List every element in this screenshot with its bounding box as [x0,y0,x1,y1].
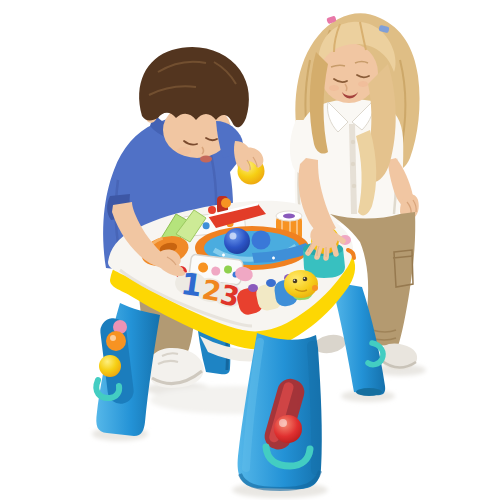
scene-illustration: 1 2 3 [0,0,500,500]
cat-side-dot [312,285,318,291]
boy-mouth [200,156,212,163]
roller-cap-knob [283,214,295,219]
cat-eye-right [303,277,308,282]
track-ball-red [274,415,302,443]
ramp-knob-orange [221,198,231,208]
leg-back-right-cap [356,388,382,396]
girl-placket [352,124,354,214]
ball-glint [279,419,287,427]
boy-cheek [177,147,191,155]
shirt-button [351,140,355,144]
bowl-ball-blue [252,231,271,250]
bowl-ball-dark-blue [224,228,250,254]
track-ball-orange [106,331,126,351]
girl-cheek-left [329,85,339,91]
cat-knob-blue [266,279,276,287]
girl-cheek-right [358,81,368,87]
ramp-knob-red [208,206,216,214]
shirt-button [351,162,355,166]
ball-glint [110,335,116,341]
caterpillar-head [284,270,318,298]
eye-glint [294,279,296,281]
shirt-button [352,184,356,188]
eye-glint [304,277,306,279]
ball-glint [230,233,237,240]
photo-two-toddlers-activity-table: Studio photo on white background: a todd… [0,0,500,500]
cat-eye-left [293,279,298,284]
track-ball-yellow [99,355,121,377]
cat-knob-purple-1 [248,284,258,292]
